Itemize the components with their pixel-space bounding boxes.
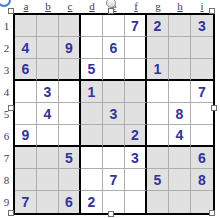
cell-b4[interactable]: 3 [37,81,59,103]
cell-c1[interactable] [59,15,81,37]
cell-d6[interactable] [81,125,103,147]
cell-b8[interactable] [37,169,59,191]
cell-e1[interactable] [103,15,125,37]
cell-d9[interactable]: 2 [81,191,103,213]
col-label-g: g [147,0,169,13]
cell-f7[interactable]: 3 [125,147,147,169]
col-label-d: d [81,0,103,13]
row-label-8: 8 [0,169,13,191]
cell-g6[interactable] [147,125,169,147]
cell-i4[interactable]: 7 [191,81,213,103]
sudoku-image: abcdefghi 123456789 72349665131743892453… [0,0,220,218]
cell-h3[interactable] [169,59,191,81]
cell-a4[interactable] [15,81,37,103]
cell-e2[interactable]: 6 [103,37,125,59]
cell-a3[interactable]: 6 [15,59,37,81]
cell-h2[interactable] [169,37,191,59]
resize-handle-bottom-middle[interactable] [108,211,114,217]
row-label-1: 1 [0,15,13,37]
cell-d8[interactable] [81,169,103,191]
col-label-a: a [15,0,37,13]
cell-a6[interactable]: 9 [15,125,37,147]
cell-e5[interactable]: 3 [103,103,125,125]
resize-handle-top-left[interactable] [8,8,14,14]
cell-h6[interactable]: 4 [169,125,191,147]
cell-h7[interactable] [169,147,191,169]
cell-i7[interactable]: 6 [191,147,213,169]
cell-h8[interactable] [169,169,191,191]
cell-b6[interactable] [37,125,59,147]
cell-c4[interactable] [59,81,81,103]
resize-handle-top-right[interactable] [209,8,215,14]
cell-a9[interactable]: 7 [15,191,37,213]
resize-handle-bottom-left[interactable] [8,210,14,216]
cell-f3[interactable] [125,59,147,81]
cell-f8[interactable] [125,169,147,191]
cell-e6[interactable] [103,125,125,147]
cell-c8[interactable] [59,169,81,191]
cell-g5[interactable] [147,103,169,125]
cell-e8[interactable]: 7 [103,169,125,191]
col-label-b: b [37,0,59,13]
cell-b5[interactable]: 4 [37,103,59,125]
cell-e3[interactable] [103,59,125,81]
col-label-c: c [59,0,81,13]
cell-i5[interactable] [191,103,213,125]
cell-d7[interactable] [81,147,103,169]
cell-i8[interactable]: 8 [191,169,213,191]
cell-c3[interactable] [59,59,81,81]
cell-h4[interactable] [169,81,191,103]
cell-c9[interactable]: 6 [59,191,81,213]
cell-d5[interactable] [81,103,103,125]
cell-b9[interactable] [37,191,59,213]
cell-e9[interactable] [103,191,125,213]
cell-d1[interactable] [81,15,103,37]
cell-i6[interactable] [191,125,213,147]
sudoku-grid: 723496651317438924536758762 [13,13,215,215]
cell-a8[interactable] [15,169,37,191]
cell-i1[interactable]: 3 [191,15,213,37]
cell-c2[interactable]: 9 [59,37,81,59]
cell-a5[interactable] [15,103,37,125]
cell-g2[interactable] [147,37,169,59]
cell-g3[interactable]: 1 [147,59,169,81]
cell-f5[interactable] [125,103,147,125]
partial-blue-circle-icon [0,0,11,7]
col-label-h: h [169,0,191,13]
cell-f9[interactable] [125,191,147,213]
cell-e4[interactable] [103,81,125,103]
cell-g7[interactable] [147,147,169,169]
cell-g9[interactable] [147,191,169,213]
cell-f4[interactable] [125,81,147,103]
cell-b7[interactable] [37,147,59,169]
row-label-2: 2 [0,37,13,59]
resize-handle-middle-right[interactable] [211,105,217,111]
cell-a2[interactable]: 4 [15,37,37,59]
cell-h5[interactable]: 8 [169,103,191,125]
cell-i2[interactable] [191,37,213,59]
resize-handle-middle-left[interactable] [8,105,14,111]
cell-i3[interactable] [191,59,213,81]
cell-g8[interactable]: 5 [147,169,169,191]
cell-g4[interactable] [147,81,169,103]
row-labels: 123456789 [0,15,13,213]
row-label-6: 6 [0,125,13,147]
row-label-7: 7 [0,147,13,169]
row-label-4: 4 [0,81,13,103]
cell-c7[interactable]: 5 [59,147,81,169]
cell-b2[interactable] [37,37,59,59]
cell-a7[interactable] [15,147,37,169]
cell-b1[interactable] [37,15,59,37]
cell-h9[interactable] [169,191,191,213]
resize-handle-bottom-right[interactable] [209,210,215,216]
cell-c5[interactable] [59,103,81,125]
cell-f6[interactable]: 2 [125,125,147,147]
cell-d3[interactable]: 5 [81,59,103,81]
cell-a1[interactable] [15,15,37,37]
cell-e7[interactable] [103,147,125,169]
cell-f2[interactable] [125,37,147,59]
resize-handle-top-middle[interactable] [108,8,114,14]
cell-c6[interactable] [59,125,81,147]
col-label-f: f [125,0,147,13]
cell-d2[interactable] [81,37,103,59]
cell-g1[interactable]: 2 [147,15,169,37]
cell-d4[interactable]: 1 [81,81,103,103]
cell-f1[interactable]: 7 [125,15,147,37]
cell-b3[interactable] [37,59,59,81]
row-label-3: 3 [0,59,13,81]
cell-h1[interactable] [169,15,191,37]
